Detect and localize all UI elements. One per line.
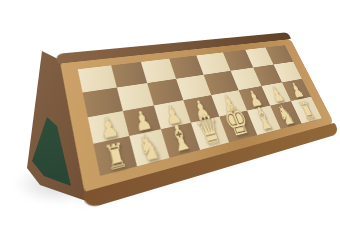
board-half: ♟♟♟♟♟♟♟♟♜♞♝♛♚♝♞♜ xyxy=(60,38,335,195)
piece-white-knight[interactable]: ♞ xyxy=(135,128,165,167)
board-grid: ♟♟♟♟♟♟♟♟♜♞♝♛♚♝♞♜ xyxy=(78,45,322,176)
piece-white-rook[interactable]: ♜ xyxy=(101,138,130,176)
scene: ♟♟♟♟♟♟♟♟♜♞♝♛♚♝♞♜ xyxy=(0,0,340,226)
